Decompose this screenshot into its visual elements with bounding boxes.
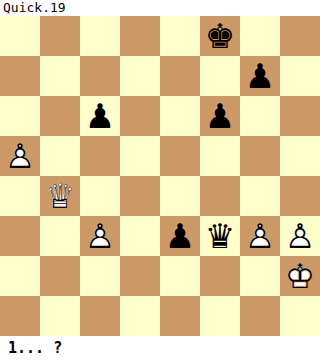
square-g1[interactable] (240, 296, 280, 336)
square-d5[interactable] (120, 136, 160, 176)
square-b2[interactable] (40, 256, 80, 296)
square-e5[interactable] (160, 136, 200, 176)
black-pawn-e3: ♟ (160, 216, 200, 256)
square-b3[interactable] (40, 216, 80, 256)
square-h5[interactable] (280, 136, 320, 176)
square-f5[interactable] (200, 136, 240, 176)
square-g4[interactable] (240, 176, 280, 216)
square-e2[interactable] (160, 256, 200, 296)
piece-glyph: ♙ (0, 136, 40, 176)
square-c8[interactable] (80, 16, 120, 56)
black-queen-f3: ♛ (200, 216, 240, 256)
black-pawn-g7: ♟ (240, 56, 280, 96)
black-pawn-f6: ♟ (200, 96, 240, 136)
white-pawn-a5: ♟♙ (0, 136, 40, 176)
square-c7[interactable] (80, 56, 120, 96)
white-pawn-g3: ♟♙ (240, 216, 280, 256)
square-g5[interactable] (240, 136, 280, 176)
black-king-f8: ♚ (200, 16, 240, 56)
square-h2[interactable]: ♚♔ (280, 256, 320, 296)
square-b6[interactable] (40, 96, 80, 136)
square-f3[interactable]: ♛ (200, 216, 240, 256)
square-h3[interactable]: ♟♙ (280, 216, 320, 256)
square-e3[interactable]: ♟ (160, 216, 200, 256)
square-g2[interactable] (240, 256, 280, 296)
black-pawn-c6: ♟ (80, 96, 120, 136)
square-g6[interactable] (240, 96, 280, 136)
square-d4[interactable] (120, 176, 160, 216)
square-f2[interactable] (200, 256, 240, 296)
square-c2[interactable] (80, 256, 120, 296)
piece-glyph: ♕ (40, 176, 80, 216)
square-f7[interactable] (200, 56, 240, 96)
piece-glyph: ♙ (280, 216, 320, 256)
square-e7[interactable] (160, 56, 200, 96)
square-a6[interactable] (0, 96, 40, 136)
white-king-h2: ♚♔ (280, 256, 320, 296)
square-a5[interactable]: ♟♙ (0, 136, 40, 176)
square-g3[interactable]: ♟♙ (240, 216, 280, 256)
white-queen-b4: ♛♕ (40, 176, 80, 216)
square-a7[interactable] (0, 56, 40, 96)
square-f6[interactable]: ♟ (200, 96, 240, 136)
square-d1[interactable] (120, 296, 160, 336)
white-pawn-c3: ♟♙ (80, 216, 120, 256)
square-h8[interactable] (280, 16, 320, 56)
square-h1[interactable] (280, 296, 320, 336)
square-b4[interactable]: ♛♕ (40, 176, 80, 216)
square-h4[interactable] (280, 176, 320, 216)
square-f8[interactable]: ♚ (200, 16, 240, 56)
piece-glyph: ♙ (240, 216, 280, 256)
square-c3[interactable]: ♟♙ (80, 216, 120, 256)
square-c5[interactable] (80, 136, 120, 176)
square-a1[interactable] (0, 296, 40, 336)
square-h6[interactable] (280, 96, 320, 136)
square-d2[interactable] (120, 256, 160, 296)
white-pawn-h3: ♟♙ (280, 216, 320, 256)
square-c1[interactable] (80, 296, 120, 336)
square-e8[interactable] (160, 16, 200, 56)
square-b5[interactable] (40, 136, 80, 176)
chess-board: ♚♟♟♟♟♙♛♕♟♙♟♛♟♙♟♙♚♔ (0, 16, 320, 336)
square-a4[interactable] (0, 176, 40, 216)
square-f1[interactable] (200, 296, 240, 336)
piece-glyph: ♙ (80, 216, 120, 256)
square-a3[interactable] (0, 216, 40, 256)
square-e1[interactable] (160, 296, 200, 336)
square-b1[interactable] (40, 296, 80, 336)
square-b7[interactable] (40, 56, 80, 96)
square-d8[interactable] (120, 16, 160, 56)
square-g8[interactable] (240, 16, 280, 56)
piece-glyph: ♔ (280, 256, 320, 296)
square-g7[interactable]: ♟ (240, 56, 280, 96)
square-b8[interactable] (40, 16, 80, 56)
puzzle-title: Quick.19 (0, 0, 320, 16)
square-c4[interactable] (80, 176, 120, 216)
square-c6[interactable]: ♟ (80, 96, 120, 136)
square-d3[interactable] (120, 216, 160, 256)
square-a2[interactable] (0, 256, 40, 296)
square-d6[interactable] (120, 96, 160, 136)
square-f4[interactable] (200, 176, 240, 216)
square-e6[interactable] (160, 96, 200, 136)
square-e4[interactable] (160, 176, 200, 216)
square-a8[interactable] (0, 16, 40, 56)
square-h7[interactable] (280, 56, 320, 96)
move-prompt: 1... ? (0, 336, 320, 360)
square-d7[interactable] (120, 56, 160, 96)
